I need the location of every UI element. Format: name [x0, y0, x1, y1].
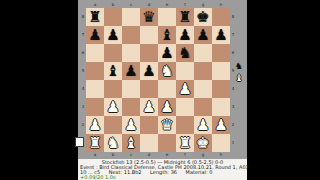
material-balance-text: Material: 0	[186, 169, 213, 175]
square-d5[interactable]: ♟	[140, 62, 158, 80]
white-rook[interactable]: ♜	[178, 134, 191, 152]
black-queen[interactable]: ♛	[142, 8, 155, 26]
file-label: b	[104, 152, 122, 158]
square-f8[interactable]: ♜	[176, 8, 194, 26]
square-c2[interactable]: ♟	[122, 116, 140, 134]
video-frame: abcdefgh 87654321 ♜♛♜♚♟♟♝♟♟♟♟♞♝♟♟♞♟♟♟♟♟♟…	[0, 0, 320, 180]
square-d4[interactable]	[140, 80, 158, 98]
square-h3[interactable]	[212, 98, 230, 116]
game-length-text: Length: 36	[150, 169, 177, 175]
black-rook[interactable]: ♜	[178, 8, 191, 26]
file-label: a	[86, 152, 104, 158]
black-bishop[interactable]: ♝	[160, 26, 173, 44]
square-c6[interactable]	[122, 44, 140, 62]
black-pawn[interactable]: ♟	[178, 26, 191, 44]
white-rook[interactable]: ♜	[88, 134, 101, 152]
square-d8[interactable]: ♛	[140, 8, 158, 26]
square-b1[interactable]: ♞	[104, 134, 122, 152]
square-f6[interactable]: ♞	[176, 44, 194, 62]
captured-white-bishop-icon: ♝	[235, 72, 243, 84]
square-e1[interactable]	[158, 134, 176, 152]
engine-eval-line: +0.09/20 1.0s	[78, 175, 247, 180]
square-g7[interactable]: ♟	[194, 26, 212, 44]
square-d6[interactable]	[140, 44, 158, 62]
square-b2[interactable]	[104, 116, 122, 134]
square-h8[interactable]	[212, 8, 230, 26]
square-f4[interactable]: ♟	[176, 80, 194, 98]
square-f2[interactable]	[176, 116, 194, 134]
white-pawn[interactable]: ♟	[106, 98, 119, 116]
black-knight[interactable]: ♞	[178, 44, 191, 62]
square-g8[interactable]: ♚	[194, 8, 212, 26]
white-knight[interactable]: ♞	[106, 134, 119, 152]
white-pawn[interactable]: ♟	[88, 116, 101, 134]
square-d1[interactable]	[140, 134, 158, 152]
white-knight[interactable]: ♞	[160, 62, 173, 80]
square-e5[interactable]: ♞	[158, 62, 176, 80]
square-a4[interactable]	[86, 80, 104, 98]
white-to-move-indicator	[75, 137, 84, 147]
square-b7[interactable]: ♟	[104, 26, 122, 44]
black-pawn[interactable]: ♟	[142, 62, 155, 80]
square-a7[interactable]: ♟	[86, 26, 104, 44]
square-h1[interactable]	[212, 134, 230, 152]
square-c3[interactable]	[122, 98, 140, 116]
square-g3[interactable]	[194, 98, 212, 116]
white-pawn[interactable]: ♟	[160, 98, 173, 116]
square-e4[interactable]	[158, 80, 176, 98]
black-pawn[interactable]: ♟	[214, 26, 227, 44]
square-c5[interactable]: ♟	[122, 62, 140, 80]
square-a3[interactable]	[86, 98, 104, 116]
black-pawn[interactable]: ♟	[106, 26, 119, 44]
square-b4[interactable]	[104, 80, 122, 98]
square-f1[interactable]: ♜	[176, 134, 194, 152]
rank-label: 1	[230, 134, 236, 152]
chess-board[interactable]: ♜♛♜♚♟♟♝♟♟♟♟♞♝♟♟♞♟♟♟♟♟♟♛♟♟♜♞♝♜♚	[86, 8, 230, 152]
square-h4[interactable]	[212, 80, 230, 98]
white-queen[interactable]: ♛	[160, 116, 173, 134]
square-h7[interactable]: ♟	[212, 26, 230, 44]
square-b6[interactable]	[104, 44, 122, 62]
white-bishop[interactable]: ♝	[124, 134, 137, 152]
square-f5[interactable]	[176, 62, 194, 80]
square-e8[interactable]	[158, 8, 176, 26]
square-g5[interactable]	[194, 62, 212, 80]
square-g1[interactable]: ♚	[194, 134, 212, 152]
square-c8[interactable]	[122, 8, 140, 26]
black-rook[interactable]: ♜	[88, 8, 101, 26]
file-label: c	[122, 152, 140, 158]
square-a8[interactable]: ♜	[86, 8, 104, 26]
square-d7[interactable]	[140, 26, 158, 44]
square-h6[interactable]	[212, 44, 230, 62]
square-f3[interactable]	[176, 98, 194, 116]
captured-pieces-tray: ♞♝	[232, 60, 246, 84]
rank-label: 3	[230, 98, 236, 116]
square-d2[interactable]	[140, 116, 158, 134]
white-pawn[interactable]: ♟	[196, 116, 209, 134]
file-label: f	[176, 152, 194, 158]
square-g4[interactable]	[194, 80, 212, 98]
square-e2[interactable]: ♛	[158, 116, 176, 134]
square-a6[interactable]	[86, 44, 104, 62]
black-pawn[interactable]: ♟	[124, 62, 137, 80]
file-labels-bottom: abcdefgh	[86, 152, 236, 158]
white-pawn[interactable]: ♟	[124, 116, 137, 134]
square-a2[interactable]: ♟	[86, 116, 104, 134]
captured-black-knight-icon: ♞	[235, 60, 243, 72]
file-label: g	[194, 152, 212, 158]
square-e3[interactable]: ♟	[158, 98, 176, 116]
chess-gui-panel: abcdefgh 87654321 ♜♛♜♚♟♟♝♟♟♟♟♞♝♟♟♞♟♟♟♟♟♟…	[78, 0, 247, 180]
chess-board-area: abcdefgh 87654321 ♜♛♜♚♟♟♝♟♟♟♟♞♝♟♟♞♟♟♟♟♟♟…	[80, 2, 236, 158]
square-d3[interactable]: ♟	[140, 98, 158, 116]
black-pawn[interactable]: ♟	[88, 26, 101, 44]
white-pawn[interactable]: ♟	[214, 116, 227, 134]
game-info-footer: Stockfish 13 (2.5-0.5) — Midnight 6 (0.5…	[78, 159, 247, 180]
square-f7[interactable]: ♟	[176, 26, 194, 44]
square-a5[interactable]	[86, 62, 104, 80]
rank-label: 2	[230, 116, 236, 134]
file-label: d	[140, 152, 158, 158]
rank-label: 7	[230, 26, 236, 44]
white-king[interactable]: ♚	[196, 134, 209, 152]
square-h5[interactable]	[212, 62, 230, 80]
white-pawn[interactable]: ♟	[178, 80, 191, 98]
white-pawn[interactable]: ♟	[142, 98, 155, 116]
square-e7[interactable]: ♝	[158, 26, 176, 44]
file-label: e	[158, 152, 176, 158]
black-pawn[interactable]: ♟	[196, 26, 209, 44]
square-h2[interactable]: ♟	[212, 116, 230, 134]
rank-label: 8	[230, 8, 236, 26]
square-b5[interactable]: ♝	[104, 62, 122, 80]
file-label: h	[212, 152, 230, 158]
square-c7[interactable]	[122, 26, 140, 44]
square-c1[interactable]: ♝	[122, 134, 140, 152]
black-king[interactable]: ♚	[196, 8, 209, 26]
square-g6[interactable]	[194, 44, 212, 62]
square-b8[interactable]	[104, 8, 122, 26]
square-g2[interactable]: ♟	[194, 116, 212, 134]
black-bishop[interactable]: ♝	[106, 62, 119, 80]
square-b3[interactable]: ♟	[104, 98, 122, 116]
black-pawn[interactable]: ♟	[160, 44, 173, 62]
square-c4[interactable]	[122, 80, 140, 98]
square-a1[interactable]: ♜	[86, 134, 104, 152]
square-e6[interactable]: ♟	[158, 44, 176, 62]
